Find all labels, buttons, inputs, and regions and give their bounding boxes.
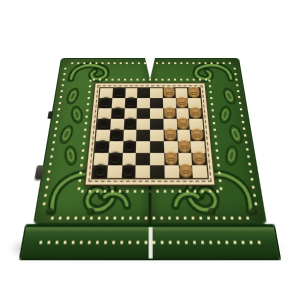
black-checker[interactable]: ⛂ bbox=[97, 116, 111, 131]
board-cell[interactable] bbox=[136, 165, 150, 178]
case-bottom-edge bbox=[19, 224, 281, 260]
wood-checker[interactable]: ⛂ bbox=[176, 116, 190, 131]
board-cell[interactable] bbox=[150, 98, 163, 108]
black-checker[interactable]: ⛂ bbox=[108, 149, 123, 165]
board-cell[interactable]: ⛂ bbox=[123, 119, 137, 130]
black-checker[interactable]: ⛂ bbox=[95, 138, 110, 154]
black-checker[interactable]: ⛂ bbox=[92, 161, 108, 178]
board-cell[interactable]: ⛂ bbox=[121, 165, 136, 178]
board-cell[interactable] bbox=[150, 88, 163, 98]
product-photo: ⛂⛂⛂⛂⛂⛂⛂⛂⛂⛂⛂⛂⛂⛂⛂⛂⛂⛂⛂⛂⛂⛂⛂⛂ bbox=[0, 0, 300, 300]
board-cell[interactable]: ⛂ bbox=[162, 88, 175, 98]
board-cell[interactable] bbox=[150, 165, 164, 178]
black-checker[interactable]: ⛂ bbox=[121, 161, 136, 178]
dot-inlay-left bbox=[41, 66, 68, 208]
wood-checker[interactable]: ⛂ bbox=[188, 105, 202, 119]
black-checker[interactable]: ⛂ bbox=[99, 95, 113, 109]
case-top-face: ⛂⛂⛂⛂⛂⛂⛂⛂⛂⛂⛂⛂⛂⛂⛂⛂⛂⛂⛂⛂⛂⛂⛂⛂ bbox=[33, 58, 267, 224]
black-checker[interactable]: ⛂ bbox=[123, 116, 137, 131]
black-checker[interactable]: ⛂ bbox=[124, 95, 137, 109]
wood-checker[interactable]: ⛂ bbox=[175, 95, 188, 109]
board-cell[interactable]: ⛂ bbox=[187, 88, 200, 98]
dot-inlay-right bbox=[232, 66, 259, 208]
board-cell[interactable]: ⛂ bbox=[163, 108, 176, 119]
board-cell[interactable]: ⛂ bbox=[122, 141, 136, 153]
checkers-board: ⛂⛂⛂⛂⛂⛂⛂⛂⛂⛂⛂⛂⛂⛂⛂⛂⛂⛂⛂⛂⛂⛂⛂⛂ bbox=[84, 82, 216, 185]
wood-checker[interactable]: ⛂ bbox=[162, 85, 175, 98]
board-cell[interactable]: ⛂ bbox=[176, 119, 190, 130]
corner-knob bbox=[208, 208, 216, 215]
board-cell[interactable] bbox=[137, 119, 150, 130]
corner-knob bbox=[45, 208, 54, 215]
board-cell[interactable] bbox=[137, 88, 150, 98]
board-cell[interactable]: ⛂ bbox=[192, 153, 207, 165]
board-cell[interactable] bbox=[136, 130, 150, 141]
black-checker[interactable]: ⛂ bbox=[109, 126, 123, 141]
board-cell[interactable] bbox=[150, 141, 164, 153]
corner-knob bbox=[249, 208, 258, 215]
board-cell[interactable]: ⛂ bbox=[178, 165, 193, 178]
wood-checker[interactable]: ⛂ bbox=[164, 149, 179, 165]
board-cell[interactable]: ⛂ bbox=[124, 98, 137, 108]
board-cell[interactable]: ⛂ bbox=[177, 141, 191, 153]
board-cell[interactable]: ⛂ bbox=[109, 130, 123, 141]
board-cell[interactable]: ⛂ bbox=[95, 141, 110, 153]
board-cell[interactable]: ⛂ bbox=[111, 108, 125, 119]
board-cell[interactable]: ⛂ bbox=[97, 119, 111, 130]
board-cell[interactable]: ⛂ bbox=[108, 153, 123, 165]
board-cell[interactable] bbox=[107, 165, 122, 178]
board-cell[interactable] bbox=[137, 108, 150, 119]
board-cell[interactable]: ⛂ bbox=[99, 98, 113, 108]
checkers-board-grid: ⛂⛂⛂⛂⛂⛂⛂⛂⛂⛂⛂⛂⛂⛂⛂⛂⛂⛂⛂⛂⛂⛂⛂⛂ bbox=[92, 88, 207, 178]
corner-knob bbox=[86, 208, 94, 215]
board-cell[interactable] bbox=[150, 153, 164, 165]
case-halves-gap bbox=[148, 227, 152, 258]
board-cell[interactable] bbox=[192, 165, 207, 178]
wood-checker[interactable]: ⛂ bbox=[190, 126, 205, 141]
wood-checker[interactable]: ⛂ bbox=[177, 138, 192, 154]
black-checker[interactable]: ⛂ bbox=[122, 138, 136, 154]
board-cell[interactable]: ⛂ bbox=[175, 98, 188, 108]
wood-checker[interactable]: ⛂ bbox=[187, 85, 201, 98]
board-cell[interactable] bbox=[150, 119, 163, 130]
wood-checker[interactable]: ⛂ bbox=[178, 161, 193, 178]
wood-checker[interactable]: ⛂ bbox=[191, 149, 206, 165]
wood-checker[interactable]: ⛂ bbox=[163, 126, 177, 141]
board-cell[interactable]: ⛂ bbox=[163, 130, 177, 141]
board-cell[interactable] bbox=[137, 98, 150, 108]
black-checker[interactable]: ⛂ bbox=[111, 105, 125, 119]
board-cell[interactable]: ⛂ bbox=[112, 88, 125, 98]
black-checker[interactable]: ⛂ bbox=[112, 85, 125, 98]
wooden-case: ⛂⛂⛂⛂⛂⛂⛂⛂⛂⛂⛂⛂⛂⛂⛂⛂⛂⛂⛂⛂⛂⛂⛂⛂ bbox=[28, 58, 272, 255]
board-cell[interactable]: ⛂ bbox=[190, 130, 204, 141]
board-cell[interactable] bbox=[150, 130, 164, 141]
board-cell[interactable] bbox=[136, 153, 150, 165]
center-seam bbox=[149, 186, 152, 226]
board-cell[interactable] bbox=[164, 165, 179, 178]
board-cell[interactable] bbox=[136, 141, 150, 153]
board-cell[interactable]: ⛂ bbox=[189, 108, 203, 119]
hinge-notch bbox=[145, 58, 155, 80]
board-cell[interactable]: ⛂ bbox=[164, 153, 178, 165]
board-cell[interactable] bbox=[150, 108, 163, 119]
board-cell[interactable]: ⛂ bbox=[92, 165, 107, 178]
wood-checker[interactable]: ⛂ bbox=[163, 105, 176, 119]
